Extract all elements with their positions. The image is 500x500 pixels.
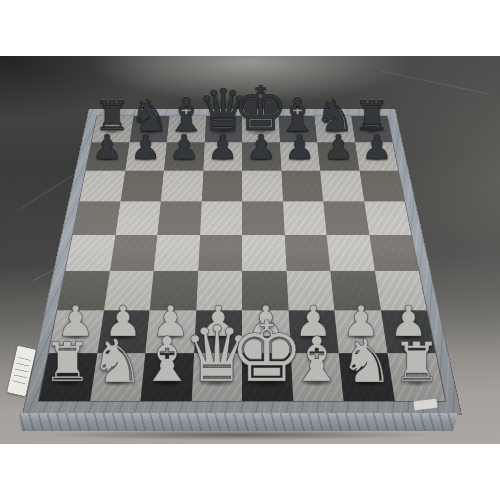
square-a2 bbox=[49, 310, 104, 353]
square-b2 bbox=[97, 310, 150, 353]
square-g7 bbox=[317, 142, 359, 170]
square-f3 bbox=[286, 271, 334, 310]
square-a6 bbox=[80, 171, 125, 202]
square-h3 bbox=[374, 271, 426, 310]
square-c5 bbox=[157, 201, 201, 234]
board-front-edge bbox=[14, 413, 460, 431]
square-d3 bbox=[196, 271, 242, 310]
square-g6 bbox=[320, 171, 364, 202]
square-g1 bbox=[339, 353, 395, 401]
square-b1 bbox=[90, 353, 146, 401]
square-c1 bbox=[140, 353, 193, 401]
square-g5 bbox=[323, 201, 369, 234]
square-g4 bbox=[327, 235, 375, 271]
square-f5 bbox=[283, 201, 327, 234]
square-e5 bbox=[242, 201, 284, 234]
square-e3 bbox=[242, 271, 288, 310]
square-a8 bbox=[92, 116, 134, 142]
square-h5 bbox=[364, 201, 411, 234]
square-b7 bbox=[125, 142, 167, 170]
surface-scratch bbox=[381, 71, 489, 95]
square-h8 bbox=[351, 116, 393, 142]
square-e1 bbox=[242, 353, 293, 401]
board-grid bbox=[39, 116, 445, 401]
square-e4 bbox=[242, 235, 286, 271]
square-e8 bbox=[242, 116, 280, 142]
square-d8 bbox=[204, 116, 242, 142]
square-c7 bbox=[164, 142, 204, 170]
square-f7 bbox=[280, 142, 320, 170]
square-g8 bbox=[314, 116, 354, 142]
square-e2 bbox=[242, 310, 290, 353]
square-b8 bbox=[129, 116, 169, 142]
square-a7 bbox=[86, 142, 129, 170]
square-a3 bbox=[57, 271, 109, 310]
square-c6 bbox=[161, 171, 203, 202]
square-g2 bbox=[334, 310, 387, 353]
chess-board bbox=[22, 109, 462, 415]
square-e6 bbox=[242, 171, 283, 202]
square-b5 bbox=[115, 201, 161, 234]
square-d6 bbox=[201, 171, 242, 202]
square-e7 bbox=[242, 142, 281, 170]
square-b6 bbox=[120, 171, 164, 202]
square-d2 bbox=[194, 310, 242, 353]
square-g3 bbox=[330, 271, 380, 310]
square-h7 bbox=[355, 142, 398, 170]
square-f4 bbox=[284, 235, 330, 271]
square-f2 bbox=[288, 310, 339, 353]
square-h1 bbox=[387, 353, 445, 401]
listing-image-canvas: ♜♞♝♛♚♝♞♜♟♟♟♟♟♟♟♟♟♟♟♟♟♟♟♟♜♞♝♛♚♝♞♜ bbox=[0, 0, 500, 500]
chess-set-photo: ♜♞♝♛♚♝♞♜♟♟♟♟♟♟♟♟♟♟♟♟♟♟♟♟♜♞♝♛♚♝♞♜ bbox=[0, 56, 500, 444]
square-b4 bbox=[110, 235, 158, 271]
square-a5 bbox=[73, 201, 120, 234]
square-a1 bbox=[39, 353, 97, 401]
square-d1 bbox=[191, 353, 242, 401]
square-d5 bbox=[200, 201, 242, 234]
square-c3 bbox=[150, 271, 198, 310]
square-a4 bbox=[65, 235, 115, 271]
square-h4 bbox=[369, 235, 419, 271]
square-f6 bbox=[281, 171, 323, 202]
square-c2 bbox=[145, 310, 196, 353]
square-f1 bbox=[290, 353, 343, 401]
square-c8 bbox=[167, 116, 206, 142]
square-b3 bbox=[104, 271, 154, 310]
square-d4 bbox=[198, 235, 242, 271]
square-c4 bbox=[154, 235, 200, 271]
square-h6 bbox=[359, 171, 404, 202]
square-f8 bbox=[278, 116, 317, 142]
square-h2 bbox=[380, 310, 435, 353]
square-d7 bbox=[203, 142, 242, 170]
